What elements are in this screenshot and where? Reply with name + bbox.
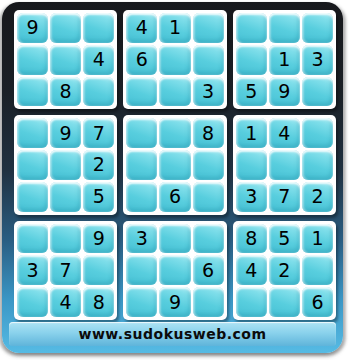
sudoku-cell-r2c5[interactable]: [159, 45, 190, 75]
sudoku-cell-r2c2[interactable]: [50, 45, 81, 75]
sudoku-box-2-1: 9725: [14, 115, 117, 214]
sudoku-cell-r6c9[interactable]: 2: [302, 182, 333, 212]
sudoku-cell-r1c3[interactable]: [83, 13, 114, 43]
sudoku-cell-r2c3[interactable]: 4: [83, 45, 114, 75]
sudoku-cell-r3c3[interactable]: [83, 77, 114, 107]
sudoku-box-1-3: 1359: [233, 10, 336, 109]
sudoku-cell-r6c5[interactable]: 6: [159, 182, 190, 212]
sudoku-cell-r3c1[interactable]: [17, 77, 48, 107]
sudoku-cell-r1c7[interactable]: [236, 13, 267, 43]
sudoku-cell-r5c4[interactable]: [126, 150, 157, 180]
sudoku-cell-r9c5[interactable]: 9: [159, 287, 190, 317]
sudoku-cell-r4c1[interactable]: [17, 118, 48, 148]
sudoku-cell-r2c4[interactable]: 6: [126, 45, 157, 75]
sudoku-cell-r2c8[interactable]: 1: [269, 45, 300, 75]
sudoku-box-3-3: 851426: [233, 221, 336, 320]
sudoku-cell-r2c6[interactable]: [193, 45, 224, 75]
sudoku-cell-r9c3[interactable]: 8: [83, 287, 114, 317]
sudoku-cell-r8c7[interactable]: 4: [236, 255, 267, 285]
sudoku-cell-r8c2[interactable]: 7: [50, 255, 81, 285]
sudoku-box-2-3: 14372: [233, 115, 336, 214]
footer-bar: www.sudokusweb.com: [9, 322, 336, 346]
sudoku-cell-r1c1[interactable]: 9: [17, 13, 48, 43]
sudoku-cell-r5c6[interactable]: [193, 150, 224, 180]
sudoku-cell-r7c4[interactable]: 3: [126, 224, 157, 254]
sudoku-cell-r7c9[interactable]: 1: [302, 224, 333, 254]
sudoku-cell-r8c1[interactable]: 3: [17, 255, 48, 285]
sudoku-cell-r6c6[interactable]: [193, 182, 224, 212]
sudoku-cell-r4c6[interactable]: 8: [193, 118, 224, 148]
sudoku-cell-r7c1[interactable]: [17, 224, 48, 254]
sudoku-cell-r7c6[interactable]: [193, 224, 224, 254]
sudoku-cell-r1c6[interactable]: [193, 13, 224, 43]
sudoku-cell-r2c7[interactable]: [236, 45, 267, 75]
website-link[interactable]: www.sudokusweb.com: [78, 326, 266, 342]
sudoku-cell-r4c5[interactable]: [159, 118, 190, 148]
sudoku-box-3-2: 369: [123, 221, 226, 320]
sudoku-cell-r3c9[interactable]: [302, 77, 333, 107]
sudoku-box-2-2: 86: [123, 115, 226, 214]
sudoku-cell-r4c2[interactable]: 9: [50, 118, 81, 148]
sudoku-cell-r9c9[interactable]: 6: [302, 287, 333, 317]
sudoku-cell-r9c7[interactable]: [236, 287, 267, 317]
sudoku-board: 948416313599725861437293748369851426: [14, 10, 336, 320]
sudoku-cell-r5c2[interactable]: [50, 150, 81, 180]
sudoku-cell-r9c4[interactable]: [126, 287, 157, 317]
sudoku-cell-r8c5[interactable]: [159, 255, 190, 285]
sudoku-cell-r2c9[interactable]: 3: [302, 45, 333, 75]
sudoku-cell-r7c5[interactable]: [159, 224, 190, 254]
sudoku-cell-r5c7[interactable]: [236, 150, 267, 180]
sudoku-box-1-1: 948: [14, 10, 117, 109]
sudoku-cell-r5c8[interactable]: [269, 150, 300, 180]
sudoku-cell-r7c8[interactable]: 5: [269, 224, 300, 254]
sudoku-board-frame: 948416313599725861437293748369851426 www…: [2, 2, 343, 353]
sudoku-cell-r3c5[interactable]: [159, 77, 190, 107]
sudoku-box-3-1: 93748: [14, 221, 117, 320]
sudoku-cell-r4c3[interactable]: 7: [83, 118, 114, 148]
sudoku-cell-r8c9[interactable]: [302, 255, 333, 285]
sudoku-cell-r1c5[interactable]: 1: [159, 13, 190, 43]
sudoku-cell-r5c1[interactable]: [17, 150, 48, 180]
sudoku-cell-r1c9[interactable]: [302, 13, 333, 43]
sudoku-cell-r9c1[interactable]: [17, 287, 48, 317]
sudoku-cell-r7c2[interactable]: [50, 224, 81, 254]
sudoku-cell-r3c4[interactable]: [126, 77, 157, 107]
sudoku-cell-r8c3[interactable]: [83, 255, 114, 285]
sudoku-cell-r6c1[interactable]: [17, 182, 48, 212]
sudoku-cell-r6c3[interactable]: 5: [83, 182, 114, 212]
sudoku-cell-r8c8[interactable]: 2: [269, 255, 300, 285]
sudoku-cell-r5c3[interactable]: 2: [83, 150, 114, 180]
sudoku-cell-r8c4[interactable]: [126, 255, 157, 285]
sudoku-cell-r3c7[interactable]: 5: [236, 77, 267, 107]
sudoku-cell-r9c2[interactable]: 4: [50, 287, 81, 317]
sudoku-cell-r3c6[interactable]: 3: [193, 77, 224, 107]
sudoku-cell-r3c2[interactable]: 8: [50, 77, 81, 107]
sudoku-cell-r2c1[interactable]: [17, 45, 48, 75]
sudoku-cell-r4c8[interactable]: 4: [269, 118, 300, 148]
sudoku-cell-r7c7[interactable]: 8: [236, 224, 267, 254]
sudoku-cell-r6c7[interactable]: 3: [236, 182, 267, 212]
sudoku-cell-r3c8[interactable]: 9: [269, 77, 300, 107]
sudoku-cell-r7c3[interactable]: 9: [83, 224, 114, 254]
sudoku-cell-r1c2[interactable]: [50, 13, 81, 43]
sudoku-cell-r9c8[interactable]: [269, 287, 300, 317]
sudoku-cell-r1c4[interactable]: 4: [126, 13, 157, 43]
sudoku-cell-r6c4[interactable]: [126, 182, 157, 212]
sudoku-cell-r6c8[interactable]: 7: [269, 182, 300, 212]
sudoku-cell-r4c4[interactable]: [126, 118, 157, 148]
sudoku-cell-r5c5[interactable]: [159, 150, 190, 180]
sudoku-cell-r8c6[interactable]: 6: [193, 255, 224, 285]
sudoku-cell-r1c8[interactable]: [269, 13, 300, 43]
sudoku-cell-r6c2[interactable]: [50, 182, 81, 212]
sudoku-cell-r5c9[interactable]: [302, 150, 333, 180]
sudoku-cell-r9c6[interactable]: [193, 287, 224, 317]
sudoku-cell-r4c9[interactable]: [302, 118, 333, 148]
sudoku-cell-r4c7[interactable]: 1: [236, 118, 267, 148]
sudoku-box-1-2: 4163: [123, 10, 226, 109]
